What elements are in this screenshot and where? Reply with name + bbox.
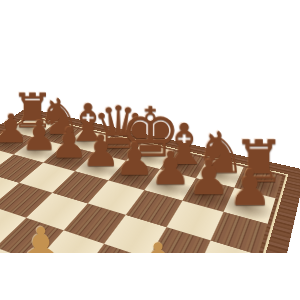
piece-white-pawn-partial[interactable]: ♟	[133, 236, 183, 253]
piece-white-pawn-partial[interactable]: ♟	[17, 221, 65, 253]
photo-canvas: ♜♞♝♛♚♝♞♜♟♟♟♟♟♟♟♟ ♟♟	[0, 0, 300, 300]
square-h7[interactable]: ♟	[223, 188, 275, 224]
piece-black-pawn[interactable]: ♟	[228, 163, 272, 212]
product-photo: ♜♞♝♛♚♝♞♜♟♟♟♟♟♟♟♟ ♟♟	[0, 0, 300, 253]
